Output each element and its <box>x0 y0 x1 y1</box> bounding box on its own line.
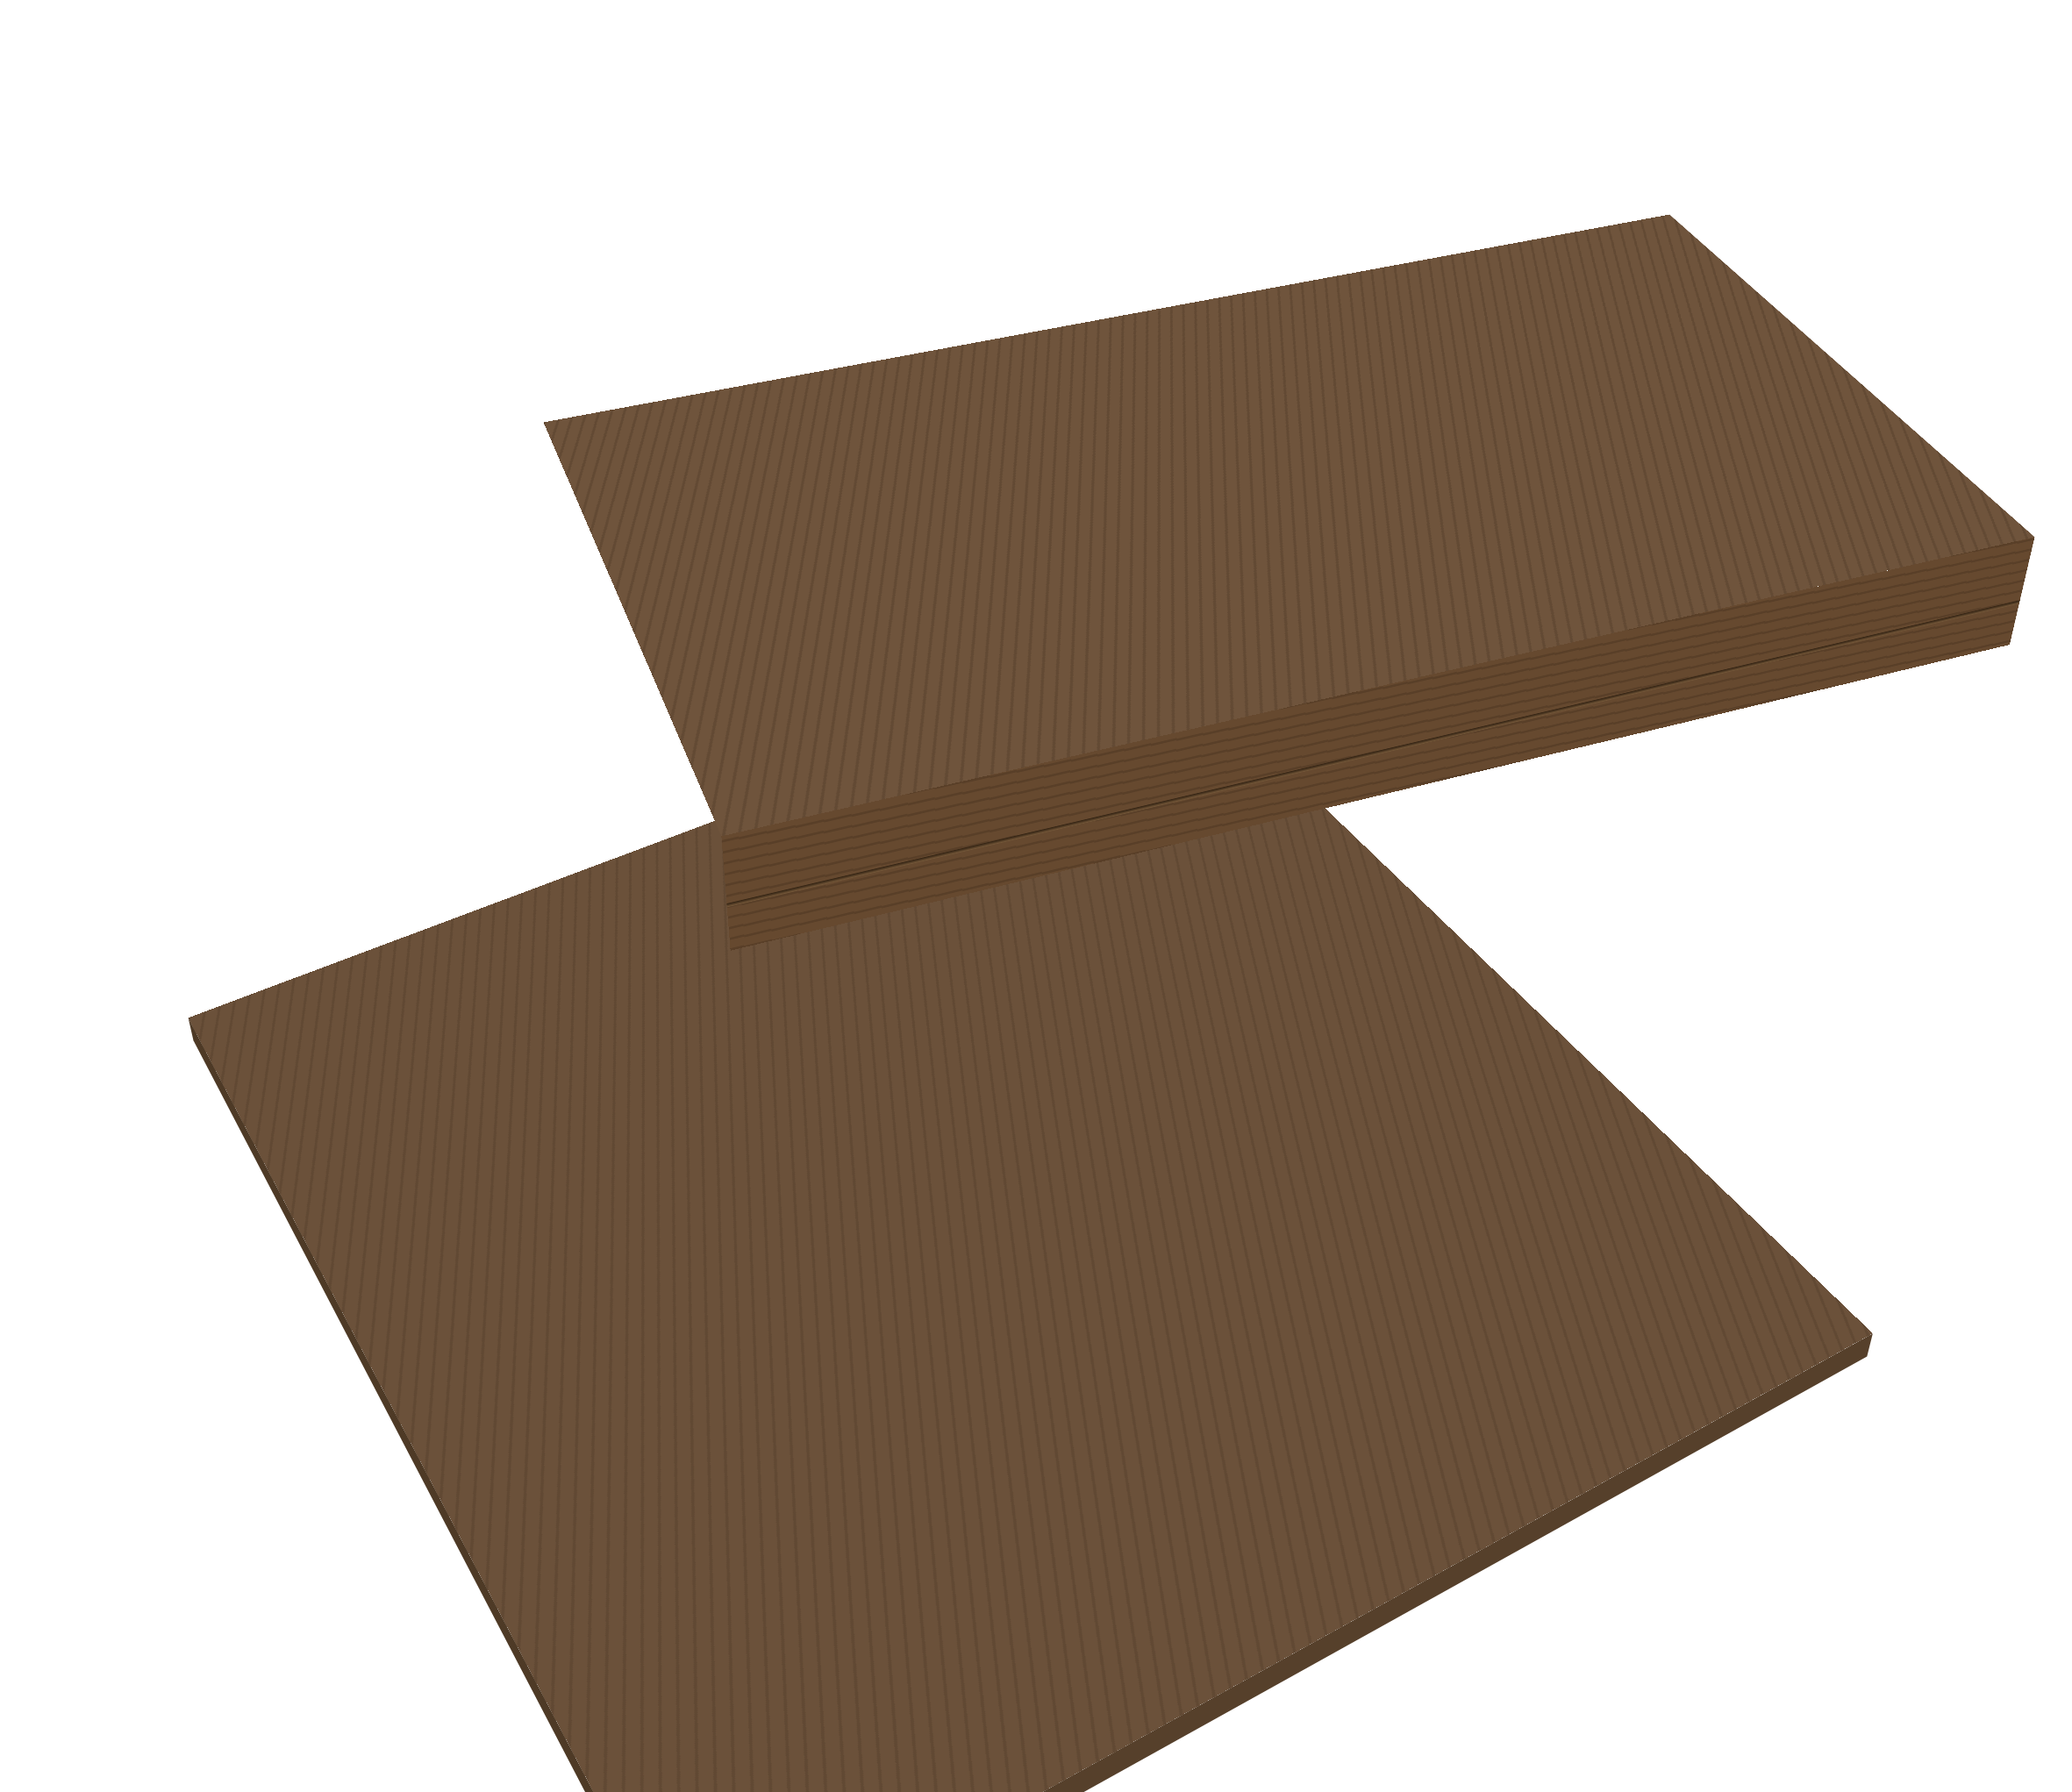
closed-box <box>544 215 2035 837</box>
scene <box>0 0 2072 1792</box>
closed-box-layer <box>0 0 2072 1792</box>
